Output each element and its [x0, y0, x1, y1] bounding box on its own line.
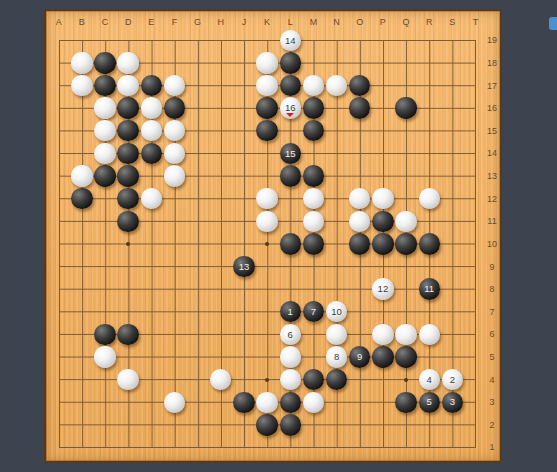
stone-black[interactable]: 11: [419, 278, 440, 299]
stone-black[interactable]: [117, 120, 138, 141]
column-label: O: [356, 17, 363, 27]
move-number: 13: [239, 262, 250, 272]
stone-white[interactable]: [141, 97, 162, 118]
panel-edge-fragment: [549, 17, 557, 30]
column-label: D: [125, 17, 132, 27]
column-label: G: [194, 17, 201, 27]
stone-black[interactable]: 15: [280, 143, 301, 164]
stone-white[interactable]: 4: [419, 369, 440, 390]
move-number: 16: [285, 103, 296, 113]
stone-black[interactable]: [280, 233, 301, 254]
stone-black[interactable]: [303, 97, 324, 118]
stone-white[interactable]: [303, 211, 324, 232]
move-number: 12: [378, 284, 389, 294]
stone-black[interactable]: [395, 233, 416, 254]
stone-white[interactable]: [256, 52, 277, 73]
stone-white[interactable]: [280, 346, 301, 367]
move-number: 5: [427, 397, 432, 407]
stone-black[interactable]: [141, 75, 162, 96]
stone-white[interactable]: [256, 392, 277, 413]
row-label: 4: [489, 375, 494, 385]
stone-black[interactable]: [94, 165, 115, 186]
stone-white[interactable]: [164, 143, 185, 164]
stone-black[interactable]: [372, 233, 393, 254]
stone-black[interactable]: [117, 188, 138, 209]
column-label: L: [288, 17, 293, 27]
stone-white[interactable]: [395, 324, 416, 345]
column-label: E: [148, 17, 154, 27]
stone-black[interactable]: [280, 392, 301, 413]
stone-white[interactable]: [419, 324, 440, 345]
row-label: 10: [487, 239, 497, 249]
move-number: 8: [334, 352, 339, 362]
stone-black[interactable]: [419, 233, 440, 254]
move-number: 6: [288, 330, 293, 340]
row-label: 7: [489, 307, 494, 317]
stone-black[interactable]: 5: [419, 392, 440, 413]
stone-white[interactable]: [117, 52, 138, 73]
stone-black[interactable]: [326, 369, 347, 390]
last-move-marker-icon: [286, 113, 294, 117]
row-label: 18: [487, 58, 497, 68]
stone-white[interactable]: [117, 369, 138, 390]
stone-white[interactable]: [419, 188, 440, 209]
stone-white[interactable]: [94, 346, 115, 367]
stone-black[interactable]: [395, 97, 416, 118]
stone-white[interactable]: [372, 188, 393, 209]
column-label: N: [333, 17, 340, 27]
stone-black[interactable]: [117, 97, 138, 118]
stone-black[interactable]: [233, 392, 254, 413]
stone-white[interactable]: [164, 75, 185, 96]
column-label: T: [473, 17, 479, 27]
stone-white[interactable]: [141, 120, 162, 141]
move-number: 4: [427, 375, 432, 385]
move-number: 7: [311, 307, 316, 317]
stone-black[interactable]: [164, 97, 185, 118]
stone-black[interactable]: [117, 324, 138, 345]
stone-black[interactable]: [280, 165, 301, 186]
row-label: 1: [489, 442, 494, 452]
move-number: 11: [424, 284, 434, 294]
row-label: 14: [487, 148, 497, 158]
stone-white[interactable]: [372, 324, 393, 345]
column-label: K: [264, 17, 270, 27]
column-label: A: [56, 17, 62, 27]
stone-black[interactable]: [349, 97, 370, 118]
stone-black[interactable]: [303, 165, 324, 186]
stone-black[interactable]: [256, 97, 277, 118]
stone-black[interactable]: [349, 75, 370, 96]
column-label: F: [172, 17, 178, 27]
stone-black[interactable]: [280, 75, 301, 96]
row-label: 5: [489, 352, 494, 362]
stone-white[interactable]: [256, 75, 277, 96]
move-number: 14: [285, 36, 296, 46]
app-background: { "game": "Go", "board_size": 19, "colum…: [0, 0, 557, 472]
stone-white[interactable]: 10: [326, 301, 347, 322]
stone-white[interactable]: [303, 392, 324, 413]
move-number: 1: [288, 307, 293, 317]
stone-white[interactable]: [349, 211, 370, 232]
stone-white[interactable]: [94, 120, 115, 141]
stone-white[interactable]: [94, 143, 115, 164]
stone-white[interactable]: [326, 324, 347, 345]
stone-black[interactable]: [372, 211, 393, 232]
stone-black[interactable]: 7: [303, 301, 324, 322]
stone-white[interactable]: [71, 165, 92, 186]
column-label: P: [380, 17, 386, 27]
stone-white[interactable]: [326, 75, 347, 96]
board-cells[interactable]: 15131117953141612106842: [47, 29, 487, 459]
row-label: 3: [489, 397, 494, 407]
stone-white[interactable]: [164, 165, 185, 186]
column-label: J: [242, 17, 247, 27]
stone-white[interactable]: [164, 120, 185, 141]
stone-white[interactable]: 2: [442, 369, 463, 390]
stone-white[interactable]: [280, 369, 301, 390]
stone-black[interactable]: [94, 52, 115, 73]
stone-black[interactable]: [141, 143, 162, 164]
go-board: ABCDEFGHJKLMNOPQRST 19181716151413121110…: [44, 9, 502, 463]
row-label: 12: [487, 194, 497, 204]
stone-black[interactable]: [303, 233, 324, 254]
row-label: 6: [489, 329, 494, 339]
stone-black[interactable]: 13: [233, 256, 254, 277]
stone-white[interactable]: [395, 211, 416, 232]
stone-white[interactable]: [71, 52, 92, 73]
stone-white[interactable]: [256, 211, 277, 232]
row-label: 17: [487, 81, 497, 91]
stone-black[interactable]: 1: [280, 301, 301, 322]
move-number: 10: [331, 307, 342, 317]
stone-white[interactable]: [94, 97, 115, 118]
stone-white[interactable]: [164, 392, 185, 413]
stone-black[interactable]: 9: [349, 346, 370, 367]
stone-black[interactable]: [303, 369, 324, 390]
stone-black[interactable]: [372, 346, 393, 367]
stone-white[interactable]: [141, 188, 162, 209]
stone-white[interactable]: [303, 188, 324, 209]
column-label: H: [218, 17, 225, 27]
move-number: 9: [357, 352, 362, 362]
column-label: C: [102, 17, 109, 27]
column-label: R: [426, 17, 433, 27]
stone-black[interactable]: [256, 414, 277, 435]
stone-white[interactable]: [349, 188, 370, 209]
stone-black[interactable]: [303, 120, 324, 141]
row-label: 2: [489, 420, 494, 430]
row-label: 11: [487, 216, 496, 226]
stone-white[interactable]: [71, 75, 92, 96]
stone-black[interactable]: [395, 392, 416, 413]
move-number: 2: [450, 375, 455, 385]
stone-black[interactable]: [117, 143, 138, 164]
stone-black[interactable]: [117, 211, 138, 232]
column-label: S: [449, 17, 455, 27]
row-label: 19: [487, 35, 497, 45]
stone-black[interactable]: [256, 120, 277, 141]
column-label: Q: [403, 17, 410, 27]
column-label: B: [79, 17, 85, 27]
stone-white[interactable]: 6: [280, 324, 301, 345]
stone-black[interactable]: [280, 52, 301, 73]
move-number: 3: [450, 397, 455, 407]
row-label: 8: [489, 284, 494, 294]
stone-white[interactable]: 14: [280, 30, 301, 51]
row-label: 15: [487, 126, 497, 136]
stone-black[interactable]: [117, 165, 138, 186]
stone-black[interactable]: [71, 188, 92, 209]
stone-black[interactable]: [94, 75, 115, 96]
column-label: M: [310, 17, 318, 27]
stone-black[interactable]: [94, 324, 115, 345]
row-label: 13: [487, 171, 497, 181]
stone-white[interactable]: 12: [372, 278, 393, 299]
stone-white[interactable]: [303, 75, 324, 96]
stone-white[interactable]: [117, 75, 138, 96]
move-number: 15: [285, 149, 296, 159]
stone-black[interactable]: [395, 346, 416, 367]
row-label: 9: [489, 262, 494, 272]
stone-white[interactable]: [256, 188, 277, 209]
stone-white[interactable]: 16: [280, 97, 301, 118]
stone-black[interactable]: [349, 233, 370, 254]
stone-white[interactable]: 8: [326, 346, 347, 367]
stone-black[interactable]: 3: [442, 392, 463, 413]
stone-black[interactable]: [280, 414, 301, 435]
stone-white[interactable]: [210, 369, 231, 390]
row-label: 16: [487, 103, 497, 113]
